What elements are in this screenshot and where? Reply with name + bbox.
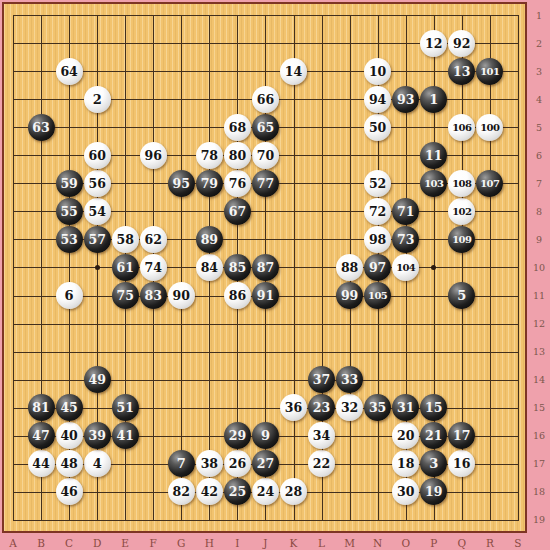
stone-black-61-E10[interactable]: 61 (112, 254, 139, 281)
stone-white-16-Q17[interactable]: 16 (448, 450, 475, 477)
stone-black-83-F11[interactable]: 83 (140, 282, 167, 309)
stone-white-62-F9[interactable]: 62 (140, 226, 167, 253)
col-label-P: P (423, 536, 445, 550)
stone-white-12-P2[interactable]: 12 (420, 30, 447, 57)
stone-white-14-K3[interactable]: 14 (280, 58, 307, 85)
stone-black-101-R3[interactable]: 101 (476, 58, 503, 85)
col-label-E: E (114, 536, 136, 550)
stone-white-108-Q7[interactable]: 108 (448, 170, 475, 197)
row-label-7: 7 (528, 177, 550, 190)
col-label-G: G (170, 536, 192, 550)
col-label-L: L (311, 536, 333, 550)
stone-black-79-H7[interactable]: 79 (196, 170, 223, 197)
stone-black-87-J10[interactable]: 87 (252, 254, 279, 281)
stone-white-90-G11[interactable]: 90 (168, 282, 195, 309)
stone-white-102-Q8[interactable]: 102 (448, 198, 475, 225)
stone-black-75-E11[interactable]: 75 (112, 282, 139, 309)
col-label-N: N (367, 536, 389, 550)
stone-black-91-J11[interactable]: 91 (252, 282, 279, 309)
stone-black-23-L15[interactable]: 23 (308, 394, 335, 421)
stone-black-109-Q9[interactable]: 109 (448, 226, 475, 253)
row-label-15: 15 (528, 401, 550, 414)
col-label-J: J (254, 536, 276, 550)
stone-black-49-D14[interactable]: 49 (84, 366, 111, 393)
stone-white-106-Q5[interactable]: 106 (448, 114, 475, 141)
stone-white-84-H10[interactable]: 84 (196, 254, 223, 281)
stone-white-34-L16[interactable]: 34 (308, 422, 335, 449)
stone-white-4-D17[interactable]: 4 (84, 450, 111, 477)
col-label-R: R (479, 536, 501, 550)
stone-white-94-N4[interactable]: 94 (364, 86, 391, 113)
stone-black-9-J16[interactable]: 9 (252, 422, 279, 449)
stone-black-29-I16[interactable]: 29 (224, 422, 251, 449)
row-label-17: 17 (528, 457, 550, 470)
stone-white-50-N5[interactable]: 50 (364, 114, 391, 141)
stone-black-85-I10[interactable]: 85 (224, 254, 251, 281)
stone-black-11-P6[interactable]: 11 (420, 142, 447, 169)
stone-white-24-J18[interactable]: 24 (252, 478, 279, 505)
stone-white-54-D8[interactable]: 54 (84, 198, 111, 225)
row-label-18: 18 (528, 485, 550, 498)
stone-black-93-O4[interactable]: 93 (392, 86, 419, 113)
stone-black-21-P16[interactable]: 21 (420, 422, 447, 449)
stone-black-81-B15[interactable]: 81 (28, 394, 55, 421)
stone-white-80-I6[interactable]: 80 (224, 142, 251, 169)
row-label-5: 5 (528, 121, 550, 134)
stone-black-3-P17[interactable]: 3 (420, 450, 447, 477)
stone-black-7-G17[interactable]: 7 (168, 450, 195, 477)
stone-white-104-O10[interactable]: 104 (392, 254, 419, 281)
row-label-8: 8 (528, 205, 550, 218)
stone-black-31-O15[interactable]: 31 (392, 394, 419, 421)
col-label-K: K (283, 536, 305, 550)
stone-white-100-R5[interactable]: 100 (476, 114, 503, 141)
stone-black-65-J5[interactable]: 65 (252, 114, 279, 141)
stone-black-105-N11[interactable]: 105 (364, 282, 391, 309)
stone-black-71-O8[interactable]: 71 (392, 198, 419, 225)
row-label-1: 1 (528, 9, 550, 22)
stone-white-28-K18[interactable]: 28 (280, 478, 307, 505)
stone-white-68-I5[interactable]: 68 (224, 114, 251, 141)
stone-white-10-N3[interactable]: 10 (364, 58, 391, 85)
stone-white-22-L17[interactable]: 22 (308, 450, 335, 477)
stone-black-15-P15[interactable]: 15 (420, 394, 447, 421)
stone-white-60-D6[interactable]: 60 (84, 142, 111, 169)
stones-grid[interactable]: 1234567910111213141516171819202122232425… (0, 1, 532, 534)
row-label-4: 4 (528, 93, 550, 106)
stone-white-58-E9[interactable]: 58 (112, 226, 139, 253)
stone-black-25-I18[interactable]: 25 (224, 478, 251, 505)
col-label-H: H (198, 536, 220, 550)
row-label-19: 19 (528, 513, 550, 526)
stone-white-74-F10[interactable]: 74 (140, 254, 167, 281)
col-label-A: A (2, 536, 24, 550)
col-label-M: M (339, 536, 361, 550)
stone-black-45-C15[interactable]: 45 (56, 394, 83, 421)
stone-white-46-C18[interactable]: 46 (56, 478, 83, 505)
col-label-C: C (58, 536, 80, 550)
stone-black-53-C9[interactable]: 53 (56, 226, 83, 253)
stone-white-92-Q2[interactable]: 92 (448, 30, 475, 57)
col-label-B: B (30, 536, 52, 550)
stone-black-19-P18[interactable]: 19 (420, 478, 447, 505)
stone-white-2-D4[interactable]: 2 (84, 86, 111, 113)
stone-white-56-D7[interactable]: 56 (84, 170, 111, 197)
stone-white-44-B17[interactable]: 44 (28, 450, 55, 477)
stone-white-6-C11[interactable]: 6 (56, 282, 83, 309)
row-label-16: 16 (528, 429, 550, 442)
stone-white-78-H6[interactable]: 78 (196, 142, 223, 169)
stone-white-30-O18[interactable]: 30 (392, 478, 419, 505)
stone-black-33-M14[interactable]: 33 (336, 366, 363, 393)
stone-black-5-Q11[interactable]: 5 (448, 282, 475, 309)
stone-white-98-N9[interactable]: 98 (364, 226, 391, 253)
stone-black-63-B5[interactable]: 63 (28, 114, 55, 141)
stone-white-66-J4[interactable]: 66 (252, 86, 279, 113)
stone-white-72-N8[interactable]: 72 (364, 198, 391, 225)
stone-black-97-N10[interactable]: 97 (364, 254, 391, 281)
stone-white-48-C17[interactable]: 48 (56, 450, 83, 477)
stone-black-41-E16[interactable]: 41 (112, 422, 139, 449)
stone-white-38-H17[interactable]: 38 (196, 450, 223, 477)
stone-white-20-O16[interactable]: 20 (392, 422, 419, 449)
row-label-2: 2 (528, 37, 550, 50)
stone-black-47-B16[interactable]: 47 (28, 422, 55, 449)
stone-black-27-J17[interactable]: 27 (252, 450, 279, 477)
stone-black-39-D16[interactable]: 39 (84, 422, 111, 449)
stone-white-88-M10[interactable]: 88 (336, 254, 363, 281)
stone-black-1-P4[interactable]: 1 (420, 86, 447, 113)
stone-black-13-Q3[interactable]: 13 (448, 58, 475, 85)
col-label-S: S (507, 536, 529, 550)
stone-white-64-C3[interactable]: 64 (56, 58, 83, 85)
go-board-diagram: 1234567910111213141516171819202122232425… (0, 0, 550, 550)
row-label-13: 13 (528, 345, 550, 358)
stone-black-107-R7[interactable]: 107 (476, 170, 503, 197)
stone-black-89-H9[interactable]: 89 (196, 226, 223, 253)
stone-black-99-M11[interactable]: 99 (336, 282, 363, 309)
stone-white-26-I17[interactable]: 26 (224, 450, 251, 477)
col-label-F: F (142, 536, 164, 550)
stone-white-96-F6[interactable]: 96 (140, 142, 167, 169)
stone-white-70-J6[interactable]: 70 (252, 142, 279, 169)
col-label-D: D (86, 536, 108, 550)
col-label-Q: Q (451, 536, 473, 550)
stone-white-76-I7[interactable]: 76 (224, 170, 251, 197)
row-label-6: 6 (528, 149, 550, 162)
stone-white-82-G18[interactable]: 82 (168, 478, 195, 505)
stone-black-59-C7[interactable]: 59 (56, 170, 83, 197)
stone-black-51-E15[interactable]: 51 (112, 394, 139, 421)
stone-white-52-N7[interactable]: 52 (364, 170, 391, 197)
stone-white-86-I11[interactable]: 86 (224, 282, 251, 309)
col-label-O: O (395, 536, 417, 550)
row-label-14: 14 (528, 373, 550, 386)
stone-black-95-G7[interactable]: 95 (168, 170, 195, 197)
stone-white-36-K15[interactable]: 36 (280, 394, 307, 421)
stone-white-32-M15[interactable]: 32 (336, 394, 363, 421)
row-label-3: 3 (528, 65, 550, 78)
stone-black-17-Q16[interactable]: 17 (448, 422, 475, 449)
stone-black-55-C8[interactable]: 55 (56, 198, 83, 225)
row-label-12: 12 (528, 317, 550, 330)
row-label-9: 9 (528, 233, 550, 246)
stone-black-103-P7[interactable]: 103 (420, 170, 447, 197)
stone-black-37-L14[interactable]: 37 (308, 366, 335, 393)
row-label-11: 11 (528, 289, 550, 302)
row-label-10: 10 (528, 261, 550, 274)
stone-black-35-N15[interactable]: 35 (364, 394, 391, 421)
stone-black-77-J7[interactable]: 77 (252, 170, 279, 197)
col-label-I: I (226, 536, 248, 550)
stone-black-67-I8[interactable]: 67 (224, 198, 251, 225)
stone-black-57-D9[interactable]: 57 (84, 226, 111, 253)
stone-black-73-O9[interactable]: 73 (392, 226, 419, 253)
stone-white-18-O17[interactable]: 18 (392, 450, 419, 477)
stone-white-40-C16[interactable]: 40 (56, 422, 83, 449)
stone-white-42-H18[interactable]: 42 (196, 478, 223, 505)
